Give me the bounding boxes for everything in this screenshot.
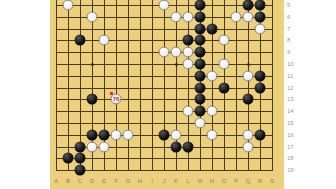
row-label-6: 6 (287, 14, 290, 20)
stone-white-L14[interactable] (183, 106, 194, 117)
stone-black-M13[interactable] (195, 94, 206, 105)
stone-black-R11[interactable] (255, 70, 266, 81)
column-label-I: I (151, 178, 153, 184)
column-label-P: P (234, 178, 238, 184)
stone-black-J16[interactable] (159, 129, 170, 140)
stone-white-Q17[interactable] (243, 141, 254, 152)
row-label-5: 5 (287, 2, 290, 8)
stone-black-M5[interactable] (195, 0, 206, 11)
stone-white-J5[interactable] (159, 0, 170, 11)
stone-black-M14[interactable] (195, 106, 206, 117)
stone-black-M9[interactable] (195, 47, 206, 58)
stone-black-R6[interactable] (255, 11, 266, 22)
stone-white-N14[interactable] (207, 106, 218, 117)
grid-vertical-line (272, 0, 273, 170)
column-label-R: R (258, 178, 262, 184)
stone-white-O8[interactable] (219, 35, 230, 46)
stone-black-M7[interactable] (195, 23, 206, 34)
star-point (91, 63, 94, 66)
stone-white-L9[interactable] (183, 47, 194, 58)
grid-horizontal-line (56, 88, 273, 89)
row-label-7: 7 (287, 26, 290, 32)
row-label-17: 17 (287, 144, 294, 150)
grid-vertical-line (68, 0, 69, 170)
row-label-8: 8 (287, 37, 290, 43)
stone-white-E8[interactable] (99, 35, 110, 46)
grid-horizontal-line (56, 158, 273, 159)
row-label-14: 14 (287, 108, 294, 114)
go-board-screenshot: 76ABCDEFGHIJKLMNOPQRS5678910111213141516… (0, 0, 336, 189)
grid-vertical-line (56, 0, 57, 170)
stone-black-O12[interactable] (219, 82, 230, 93)
stone-white-K6[interactable] (171, 11, 182, 22)
star-point (247, 63, 250, 66)
column-label-E: E (102, 178, 106, 184)
stone-black-R5[interactable] (255, 0, 266, 11)
grid-horizontal-line (56, 64, 273, 65)
column-label-A: A (54, 178, 58, 184)
stone-white-Q6[interactable] (243, 11, 254, 22)
grid-horizontal-line (56, 111, 273, 112)
grid-horizontal-line (56, 40, 273, 41)
stone-black-C8[interactable] (75, 35, 86, 46)
grid-horizontal-line (56, 170, 273, 171)
last-move-number-label: 76 (111, 94, 122, 105)
stone-black-D13[interactable] (87, 94, 98, 105)
row-label-13: 13 (287, 96, 294, 102)
stone-white-R7[interactable] (255, 23, 266, 34)
row-label-11: 11 (287, 73, 293, 79)
row-label-10: 10 (287, 61, 294, 67)
row-label-9: 9 (287, 49, 290, 55)
grid-vertical-line (164, 0, 165, 170)
stone-white-N16[interactable] (207, 129, 218, 140)
stone-black-M10[interactable] (195, 59, 206, 70)
column-label-F: F (114, 178, 118, 184)
stone-white-B5[interactable] (63, 0, 74, 11)
stone-white-N11[interactable] (207, 70, 218, 81)
row-label-12: 12 (287, 85, 294, 91)
grid-vertical-line (116, 0, 117, 170)
stone-white-E17[interactable] (99, 141, 110, 152)
stone-white-Q16[interactable] (243, 129, 254, 140)
stone-white-P6[interactable] (231, 11, 242, 22)
row-label-16: 16 (287, 132, 294, 138)
grid-horizontal-line (56, 29, 273, 30)
stone-black-L17[interactable] (183, 141, 194, 152)
column-label-G: G (126, 178, 131, 184)
column-label-K: K (174, 178, 178, 184)
star-point (175, 63, 178, 66)
column-label-L: L (186, 178, 189, 184)
stone-black-Q13[interactable] (243, 94, 254, 105)
grid-horizontal-line (56, 123, 273, 124)
stone-black-K17[interactable] (171, 141, 182, 152)
stone-white-K16[interactable] (171, 129, 182, 140)
stone-black-M12[interactable] (195, 82, 206, 93)
grid-vertical-line (128, 0, 129, 170)
stone-white-Q11[interactable] (243, 70, 254, 81)
grid-vertical-line (140, 0, 141, 170)
column-label-M: M (198, 178, 203, 184)
stone-black-N7[interactable] (207, 23, 218, 34)
stone-black-M11[interactable] (195, 70, 206, 81)
stone-white-G16[interactable] (123, 129, 134, 140)
column-label-N: N (210, 178, 214, 184)
stone-black-E16[interactable] (99, 129, 110, 140)
stone-black-C17[interactable] (75, 141, 86, 152)
stone-white-M15[interactable] (195, 118, 206, 129)
grid-vertical-line (236, 0, 237, 170)
stone-white-J9[interactable] (159, 47, 170, 58)
stone-black-L8[interactable] (183, 35, 194, 46)
stone-black-R16[interactable] (255, 129, 266, 140)
stone-black-R12[interactable] (255, 82, 266, 93)
stone-black-Q5[interactable] (243, 0, 254, 11)
column-label-H: H (138, 178, 142, 184)
stone-white-D17[interactable] (87, 141, 98, 152)
stone-black-M8[interactable] (195, 35, 206, 46)
column-label-O: O (222, 178, 227, 184)
stone-black-B18[interactable] (63, 153, 74, 164)
row-label-15: 15 (287, 120, 294, 126)
grid-vertical-line (152, 0, 153, 170)
stone-black-D16[interactable] (87, 129, 98, 140)
stone-white-D6[interactable] (87, 11, 98, 22)
column-label-D: D (90, 178, 94, 184)
column-label-S: S (270, 178, 274, 184)
stone-black-C18[interactable] (75, 153, 86, 164)
stone-black-M6[interactable] (195, 11, 206, 22)
column-label-C: C (78, 178, 82, 184)
row-label-19: 19 (287, 167, 294, 173)
stone-white-O10[interactable] (219, 59, 230, 70)
row-label-18: 18 (287, 155, 294, 161)
stone-white-L10[interactable] (183, 59, 194, 70)
column-label-J: J (163, 178, 166, 184)
column-label-Q: Q (246, 178, 251, 184)
stone-black-C19[interactable] (75, 165, 86, 176)
column-label-B: B (66, 178, 70, 184)
stone-white-K9[interactable] (171, 47, 182, 58)
stone-white-F16[interactable] (111, 129, 122, 140)
stone-white-L6[interactable] (183, 11, 194, 22)
grid-horizontal-line (56, 76, 273, 77)
